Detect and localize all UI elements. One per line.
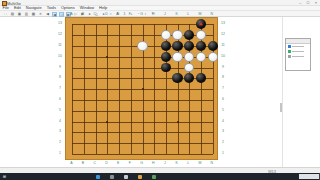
scrollbar-thumb[interactable]: [280, 103, 282, 112]
coordinate-label: 3: [220, 129, 226, 133]
coordinate-label: 12: [220, 32, 226, 36]
stone-white-L10[interactable]: [184, 52, 194, 62]
menu-window[interactable]: Window: [77, 6, 96, 10]
stone-white-J12[interactable]: [161, 30, 171, 40]
coordinate-label: 5: [57, 108, 63, 112]
stone-black-M8[interactable]: [196, 73, 206, 83]
system-tray[interactable]: [299, 174, 319, 179]
coordinate-label: 8: [220, 75, 226, 79]
coordinate-label: G: [139, 12, 145, 16]
main-area: AA1313BB1212CC1111DD1010EE99FF88GG77HH66…: [0, 17, 320, 167]
coordinate-label: L: [185, 12, 191, 16]
star-point: [177, 121, 179, 123]
grid-line-horizontal: [72, 143, 212, 144]
coordinate-label: J: [162, 12, 168, 16]
app-window: MultiGo – □ × FileEditNavigateToolsOptio…: [0, 0, 320, 180]
coordinate-label: E: [115, 161, 121, 165]
pane-divider: [282, 17, 283, 167]
taskbar-app-2[interactable]: [110, 175, 114, 179]
taskbar-app-3[interactable]: [124, 175, 128, 179]
coordinate-label: H: [150, 12, 156, 16]
coordinate-label: 1: [220, 151, 226, 155]
coordinate-label: A: [68, 12, 74, 16]
coordinate-label: 7: [57, 86, 63, 90]
coordinate-label: 4: [220, 119, 226, 123]
game-tree-panel: [285, 38, 311, 71]
stone-black-M13[interactable]: [196, 19, 206, 29]
stone-black-K8[interactable]: [172, 73, 182, 83]
menu-edit[interactable]: Edit: [11, 6, 23, 10]
coordinate-label: 2: [220, 140, 226, 144]
tree-node-row[interactable]: [286, 54, 310, 59]
coordinate-label: 10: [220, 54, 226, 58]
stone-white-M10[interactable]: [196, 52, 206, 62]
gray-node-icon: [288, 55, 291, 58]
coordinate-label: H: [150, 161, 156, 165]
taskbar-app-5[interactable]: [152, 175, 156, 179]
menu-tools[interactable]: Tools: [44, 6, 58, 10]
tree-node-label: [292, 51, 304, 52]
stone-white-M12[interactable]: [196, 30, 206, 40]
menu-options[interactable]: Options: [59, 6, 78, 10]
menu-help[interactable]: Help: [97, 6, 110, 10]
stone-black-J11[interactable]: [161, 41, 171, 51]
coordinate-label: E: [115, 12, 121, 16]
green-node-icon: [288, 50, 291, 53]
save-file-icon[interactable]: ▣: [17, 12, 22, 17]
star-point: [142, 88, 144, 90]
new-file-icon[interactable]: □: [3, 12, 8, 17]
first-move-icon[interactable]: ◀: [45, 12, 50, 17]
grid-line-horizontal: [72, 111, 212, 112]
coordinate-label: 10: [57, 54, 63, 58]
stone-black-K11[interactable]: [172, 41, 182, 51]
coordinate-label: 11: [220, 43, 226, 47]
close-button[interactable]: ×: [312, 0, 320, 5]
coordinate-label: 3: [57, 129, 63, 133]
coordinate-label: N: [209, 161, 215, 165]
start-button[interactable]: ⊞: [2, 174, 7, 179]
stone-black-J9[interactable]: [161, 63, 171, 73]
stone-black-J10[interactable]: [161, 52, 171, 62]
blue-node-icon: [288, 45, 291, 48]
grid-line-vertical: [154, 24, 155, 154]
coordinate-label: F: [127, 161, 133, 165]
coordinate-label: 4: [57, 119, 63, 123]
taskbar: ⊞: [0, 173, 320, 180]
coordinate-label: 6: [57, 97, 63, 101]
taskbar-app-1[interactable]: [96, 175, 100, 179]
delete-icon[interactable]: ✕: [38, 12, 43, 17]
coordinate-label: C: [92, 161, 98, 165]
coordinate-label: K: [174, 161, 180, 165]
grid-line-horizontal: [72, 100, 212, 101]
coordinate-label: B: [80, 12, 86, 16]
stone-white-K12[interactable]: [172, 30, 182, 40]
coordinate-label: M: [197, 12, 203, 16]
stone-white-L9[interactable]: [184, 63, 194, 73]
coordinate-label: 13: [57, 21, 63, 25]
maximize-button[interactable]: □: [304, 0, 312, 5]
menu-navigate[interactable]: Navigate: [23, 6, 44, 10]
coordinate-label: 6: [220, 97, 226, 101]
stone-white-K10[interactable]: [172, 52, 182, 62]
stone-black-L12[interactable]: [184, 30, 194, 40]
coordinate-label: A: [68, 161, 74, 165]
coordinate-label: 9: [220, 65, 226, 69]
open-file-icon[interactable]: ▤: [10, 12, 15, 17]
coordinate-label: B: [80, 161, 86, 165]
coordinate-label: 7: [220, 86, 226, 90]
coordinate-label: M: [197, 161, 203, 165]
coordinate-label: 11: [57, 43, 63, 47]
stone-black-N11[interactable]: [208, 41, 218, 51]
stone-white-G11[interactable]: [137, 41, 147, 51]
coordinate-label: C: [92, 12, 98, 16]
grid-line-horizontal: [72, 154, 212, 155]
coordinate-label: D: [103, 12, 109, 16]
stone-black-L11[interactable]: [184, 41, 194, 51]
coordinate-label: 2: [57, 140, 63, 144]
tree-node-label: [292, 56, 304, 57]
coordinate-label: 12: [57, 32, 63, 36]
coordinate-label: D: [103, 161, 109, 165]
coordinate-label: 1: [57, 151, 63, 155]
grid-line-horizontal: [72, 132, 212, 133]
coordinate-label: G: [139, 161, 145, 165]
prev-move-icon[interactable]: ◁: [59, 12, 64, 17]
coordinate-label: K: [174, 12, 180, 16]
taskbar-app-4[interactable]: [138, 175, 142, 179]
stone-black-M11[interactable]: [196, 41, 206, 51]
grid-line-horizontal: [72, 122, 212, 123]
stone-white-N10[interactable]: [208, 52, 218, 62]
coordinate-label: 13: [220, 21, 226, 25]
last-move-marker: [199, 23, 203, 26]
prev-ten-icon[interactable]: ◀: [52, 12, 57, 17]
coordinate-label: 8: [57, 75, 63, 79]
coordinate-label: 9: [57, 65, 63, 69]
tree-node-label: [292, 46, 304, 47]
print-icon[interactable]: ▥: [24, 12, 29, 17]
coordinate-label: J: [162, 161, 168, 165]
coordinate-label: 5: [220, 108, 226, 112]
coordinate-label: N: [209, 12, 215, 16]
coordinate-label: F: [127, 12, 133, 16]
coordinate-label: L: [185, 161, 191, 165]
go-board[interactable]: [65, 17, 218, 160]
menu-file[interactable]: File: [0, 6, 11, 10]
minimize-button[interactable]: –: [296, 0, 304, 5]
copy-icon[interactable]: ▦: [31, 12, 36, 17]
stone-black-L8[interactable]: [184, 73, 194, 83]
